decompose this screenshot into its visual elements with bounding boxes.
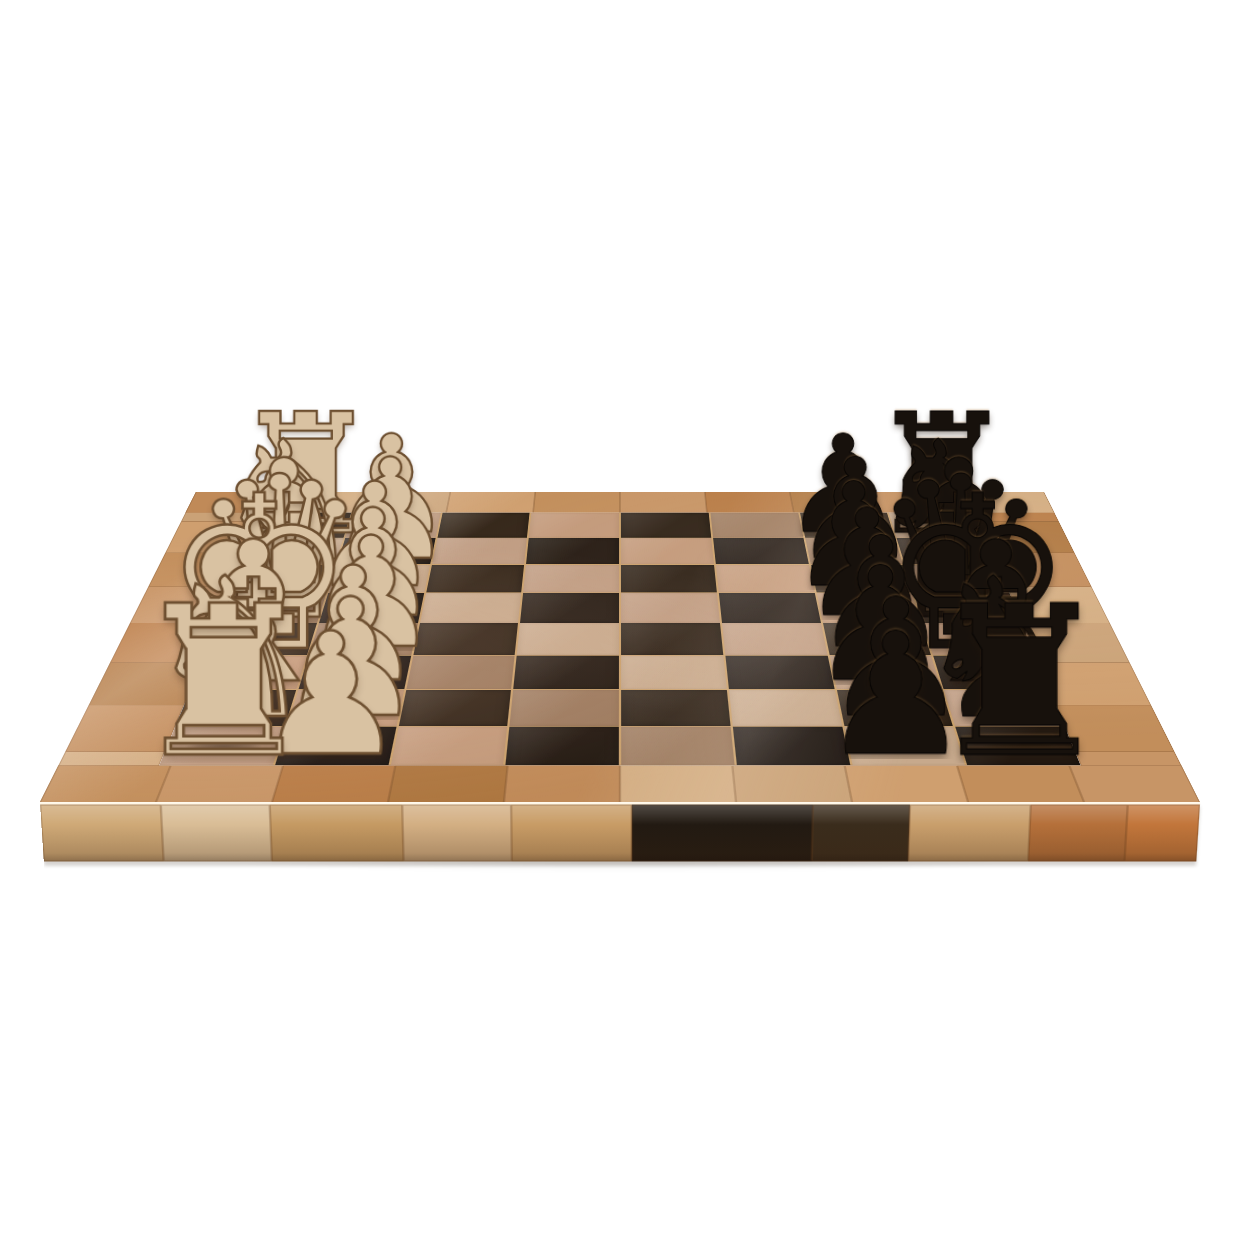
front-edge-tile xyxy=(908,804,1031,861)
frame-tile xyxy=(620,492,707,513)
square-b5 xyxy=(621,538,714,564)
front-edge-tile xyxy=(161,804,272,861)
frame-tile xyxy=(705,492,794,513)
front-edge-tile xyxy=(812,804,910,861)
front-edge-tile xyxy=(632,804,813,861)
square-d5 xyxy=(621,593,720,623)
chess-board: ♜♞♝♛♚♝♞♜♟♟♟♟♟♟♟♟♟♟♟♟♟♟♟♟♜♞♝♛♚♝♞♜ xyxy=(40,492,1200,802)
square-d4 xyxy=(520,593,619,623)
square-b4 xyxy=(526,538,619,564)
square-c4 xyxy=(523,565,619,593)
black-pawn-glyph: ♟ xyxy=(727,610,1065,779)
front-edge-tile xyxy=(403,804,512,861)
front-edge-tile xyxy=(1028,804,1127,861)
frame-tile xyxy=(533,492,620,513)
front-edge-tile xyxy=(270,804,404,861)
board-front-edge xyxy=(40,802,1200,861)
square-a5 xyxy=(621,513,711,538)
front-edge-tile xyxy=(511,804,632,861)
scene: ♜♞♝♛♚♝♞♜♟♟♟♟♟♟♟♟♟♟♟♟♟♟♟♟♜♞♝♛♚♝♞♜ xyxy=(0,0,1240,1240)
white-rook-glyph: ♜ xyxy=(55,579,393,787)
square-c5 xyxy=(621,565,717,593)
front-edge-tile xyxy=(40,804,164,861)
square-a4 xyxy=(529,513,619,538)
front-edge-tile xyxy=(1124,804,1200,861)
frame-tile xyxy=(446,492,535,513)
